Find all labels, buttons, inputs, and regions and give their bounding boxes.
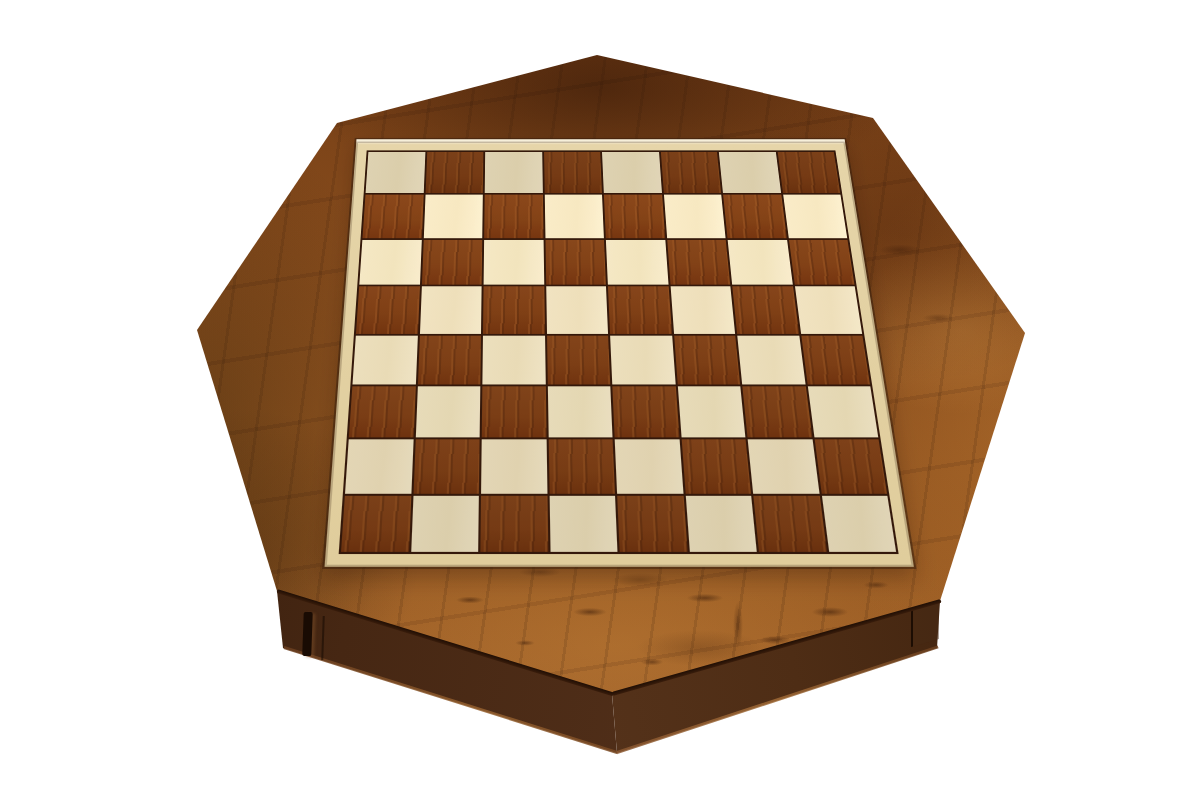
square-f6 — [667, 240, 730, 285]
maple-border — [325, 139, 914, 567]
square-f8 — [660, 152, 721, 193]
square-g8 — [719, 152, 781, 193]
square-e8 — [602, 152, 662, 193]
square-f7 — [664, 195, 726, 238]
square-e7 — [604, 195, 665, 238]
square-a4 — [352, 335, 417, 384]
square-a6 — [359, 240, 421, 285]
square-h4 — [801, 335, 870, 384]
square-b3 — [415, 386, 480, 437]
square-h3 — [807, 386, 878, 437]
chess-board — [325, 139, 914, 567]
square-d6 — [545, 240, 606, 285]
square-a3 — [349, 386, 415, 437]
square-h5 — [795, 286, 863, 333]
square-f5 — [670, 286, 735, 333]
square-c1 — [480, 495, 547, 551]
square-g7 — [723, 195, 786, 238]
square-e4 — [610, 335, 675, 384]
square-f1 — [685, 495, 757, 551]
square-c5 — [483, 286, 545, 333]
square-e1 — [617, 495, 687, 551]
square-a8 — [366, 152, 425, 193]
square-b5 — [419, 286, 481, 333]
square-g4 — [737, 335, 805, 384]
square-c6 — [484, 240, 544, 285]
square-b1 — [411, 495, 479, 551]
square-e6 — [606, 240, 668, 285]
square-d8 — [544, 152, 602, 193]
square-c7 — [484, 195, 543, 238]
square-g5 — [732, 286, 798, 333]
square-c2 — [481, 440, 547, 494]
square-e2 — [615, 440, 683, 494]
square-a2 — [345, 440, 413, 494]
square-h7 — [783, 195, 847, 238]
square-d4 — [547, 335, 611, 384]
square-h8 — [777, 152, 840, 193]
square-e3 — [612, 386, 679, 437]
square-b6 — [421, 240, 482, 285]
product-photo-scene — [0, 0, 1200, 800]
drawer-finger-slot — [302, 612, 313, 656]
square-h2 — [814, 440, 887, 494]
square-g2 — [748, 440, 819, 494]
square-b8 — [425, 152, 483, 193]
square-c8 — [485, 152, 543, 193]
square-b7 — [423, 195, 482, 238]
square-c3 — [482, 386, 546, 437]
square-d3 — [547, 386, 612, 437]
square-g6 — [728, 240, 793, 285]
square-d1 — [549, 495, 617, 551]
square-d2 — [548, 440, 615, 494]
square-c4 — [482, 335, 545, 384]
square-g3 — [742, 386, 812, 437]
square-b4 — [417, 335, 481, 384]
square-h6 — [789, 240, 855, 285]
square-f3 — [677, 386, 745, 437]
square-h1 — [821, 495, 896, 551]
board-grid — [339, 150, 899, 554]
square-d7 — [544, 195, 604, 238]
square-f4 — [674, 335, 740, 384]
square-e5 — [608, 286, 672, 333]
square-b2 — [413, 440, 480, 494]
square-f2 — [681, 440, 751, 494]
square-a7 — [362, 195, 423, 238]
square-a1 — [341, 495, 411, 551]
square-g1 — [753, 495, 826, 551]
square-a5 — [356, 286, 419, 333]
square-d5 — [546, 286, 608, 333]
